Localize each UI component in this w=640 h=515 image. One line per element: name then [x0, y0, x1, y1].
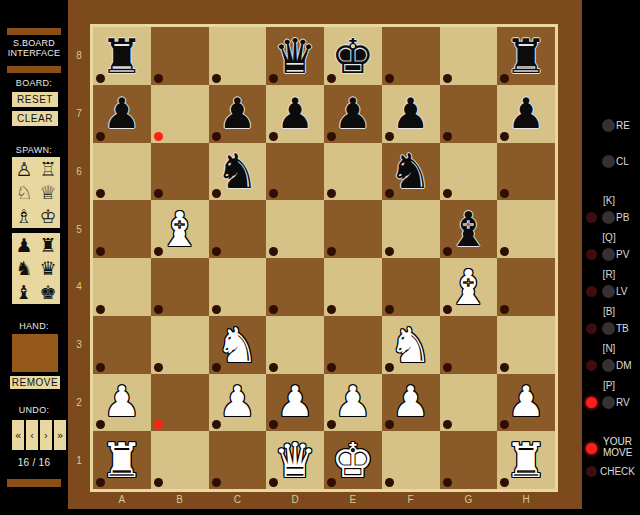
- piece-bracket-label-rv: [P]: [594, 380, 624, 391]
- square-b6[interactable]: [151, 143, 209, 201]
- pv-led-icon: [586, 249, 597, 260]
- square-b7[interactable]: [151, 85, 209, 143]
- clear-button[interactable]: CLEAR: [12, 111, 58, 126]
- rank-labels: 87654321: [68, 27, 90, 489]
- black-knight-f6[interactable]: ♞: [389, 147, 432, 195]
- indicator-row-tb: TB: [582, 322, 640, 336]
- divider-bar: [7, 479, 61, 487]
- indicator-row-re: RE: [582, 119, 640, 133]
- marker-dot: [154, 363, 163, 372]
- marker-dot: [327, 363, 336, 372]
- square-f5[interactable]: [382, 200, 440, 258]
- app-title-line1: S.BOARD: [0, 38, 68, 48]
- marker-dot: [443, 420, 452, 429]
- square-g1[interactable]: [440, 431, 498, 489]
- white-pawn-d2[interactable]: ♟: [276, 381, 314, 423]
- square-g5[interactable]: ♝: [440, 200, 498, 258]
- square-c1[interactable]: [209, 431, 267, 489]
- divider-bar: [7, 28, 61, 35]
- lv-button[interactable]: [602, 285, 615, 298]
- black-pawn-d7[interactable]: ♟: [276, 93, 314, 135]
- square-h2[interactable]: ♟: [497, 374, 555, 432]
- undo-counter: 16 / 16: [0, 457, 68, 468]
- square-b1[interactable]: [151, 431, 209, 489]
- pb-led-icon: [586, 212, 597, 223]
- file-label-d: D: [266, 492, 324, 507]
- dm-label: DM: [616, 359, 632, 373]
- undo-controls: «‹›»: [12, 420, 68, 450]
- rv-button[interactable]: [602, 396, 615, 409]
- square-b2[interactable]: [151, 374, 209, 432]
- square-f8[interactable]: [382, 27, 440, 85]
- marker-dot: [327, 247, 336, 256]
- file-label-f: F: [382, 492, 440, 507]
- piece-bracket-label-dm: [N]: [594, 343, 624, 354]
- marker-dot: [212, 305, 221, 314]
- remove-button[interactable]: REMOVE: [10, 376, 60, 389]
- square-b8[interactable]: [151, 27, 209, 85]
- square-c6[interactable]: ♞: [209, 143, 267, 201]
- marker-dot: [269, 363, 278, 372]
- square-e2[interactable]: ♟: [324, 374, 382, 432]
- your-move-label: YOUR MOVE: [603, 436, 637, 458]
- marker-dot: [212, 478, 221, 487]
- square-h3[interactable]: [497, 316, 555, 374]
- rank-label-4: 4: [68, 258, 90, 316]
- square-c7[interactable]: ♟: [209, 85, 267, 143]
- square-a5[interactable]: [93, 200, 151, 258]
- white-queen-d1[interactable]: ♛: [274, 436, 317, 484]
- square-g3[interactable]: [440, 316, 498, 374]
- pb-label: PB: [616, 211, 629, 225]
- black-king-e8[interactable]: ♚: [331, 32, 374, 80]
- marker-dot: [269, 247, 278, 256]
- marker-dot: [269, 189, 278, 198]
- square-c5[interactable]: [209, 200, 267, 258]
- spawn-black-king-button[interactable]: ♚: [36, 280, 60, 304]
- marker-dot: [154, 74, 163, 83]
- black-pawn-h7[interactable]: ♟: [507, 93, 545, 135]
- square-f3[interactable]: ♞: [382, 316, 440, 374]
- spawn-white-rook-button[interactable]: ♖: [36, 157, 60, 181]
- marker-dot: [154, 305, 163, 314]
- rv-label: RV: [616, 396, 630, 410]
- indicator-row-cl: CL: [582, 155, 640, 169]
- square-a3[interactable]: [93, 316, 151, 374]
- marker-dot-red: [154, 132, 163, 141]
- pv-button[interactable]: [602, 248, 615, 261]
- square-h1[interactable]: ♜: [497, 431, 555, 489]
- square-d3[interactable]: [266, 316, 324, 374]
- black-pawn-a7[interactable]: ♟: [103, 93, 141, 135]
- dm-button[interactable]: [602, 359, 615, 372]
- marker-dot: [154, 478, 163, 487]
- white-knight-f3[interactable]: ♞: [389, 321, 432, 369]
- square-a6[interactable]: [93, 143, 151, 201]
- square-f4[interactable]: [382, 258, 440, 316]
- piece-bracket-label-pb: [K]: [594, 195, 624, 206]
- file-label-c: C: [209, 492, 267, 507]
- cl-label: CL: [616, 155, 629, 169]
- white-bishop-g4[interactable]: ♝: [447, 263, 490, 311]
- square-e1[interactable]: ♚: [324, 431, 382, 489]
- lv-led-icon: [586, 286, 597, 297]
- square-d6[interactable]: [266, 143, 324, 201]
- cl-button[interactable]: [602, 155, 615, 168]
- rank-label-6: 6: [68, 143, 90, 201]
- right-indicator-panel: YOUR MOVE CHECK RECL[K]PB[Q]PV[R]LV[B]TB…: [582, 0, 640, 515]
- white-rook-h1[interactable]: ♜: [505, 436, 548, 484]
- divider-bar: [7, 66, 61, 73]
- marker-dot: [327, 305, 336, 314]
- square-a2[interactable]: ♟: [93, 374, 151, 432]
- marker-dot: [443, 478, 452, 487]
- file-label-e: E: [324, 492, 382, 507]
- check-label: CHECK: [600, 465, 635, 478]
- file-label-a: A: [93, 492, 151, 507]
- white-knight-c3[interactable]: ♞: [216, 321, 259, 369]
- marker-dot: [443, 132, 452, 141]
- square-b4[interactable]: [151, 258, 209, 316]
- square-f2[interactable]: ♟: [382, 374, 440, 432]
- marker-dot: [500, 189, 509, 198]
- spawn-white-grid: ♙♖♘♕♗♔: [12, 157, 60, 228]
- spawn-section-label: SPAWN:: [0, 145, 68, 155]
- spawn-black-knight-button[interactable]: ♞: [12, 257, 36, 281]
- file-labels: ABCDEFGH: [93, 492, 555, 507]
- square-g7[interactable]: [440, 85, 498, 143]
- file-label-h: H: [497, 492, 555, 507]
- left-control-panel: S.BOARD INTERFACE BOARD: RESET CLEAR SPA…: [0, 0, 68, 515]
- indicator-row-dm: DM: [582, 359, 640, 373]
- undo-end-button[interactable]: »: [54, 420, 66, 450]
- your-move-indicator: YOUR MOVE: [582, 436, 640, 462]
- tb-label: TB: [616, 322, 629, 336]
- marker-dot: [500, 363, 509, 372]
- marker-dot: [443, 189, 452, 198]
- square-c2[interactable]: ♟: [209, 374, 267, 432]
- square-g4[interactable]: ♝: [440, 258, 498, 316]
- white-king-e1[interactable]: ♚: [331, 436, 374, 484]
- square-d4[interactable]: [266, 258, 324, 316]
- spawn-black-rook-button[interactable]: ♜: [36, 233, 60, 257]
- marker-dot: [327, 189, 336, 198]
- square-g2[interactable]: [440, 374, 498, 432]
- white-rook-a1[interactable]: ♜: [100, 436, 143, 484]
- board-frame: 87654321 ♜♛♚♜♟♟♟♟♟♟♞♞♝♝♝♞♞♟♟♟♟♟♟♜♛♚♜ ABC…: [68, 0, 585, 509]
- marker-dot: [154, 189, 163, 198]
- undo-forward-button[interactable]: ›: [40, 420, 52, 450]
- marker-dot: [443, 363, 452, 372]
- board-border: ♜♛♚♜♟♟♟♟♟♟♞♞♝♝♝♞♞♟♟♟♟♟♟♜♛♚♜: [90, 24, 558, 492]
- marker-dot: [500, 305, 509, 314]
- spawn-black-pawn-button[interactable]: ♟: [12, 233, 36, 257]
- marker-dot: [212, 74, 221, 83]
- square-h6[interactable]: [497, 143, 555, 201]
- spawn-white-king-button[interactable]: ♔: [36, 204, 60, 228]
- square-e3[interactable]: [324, 316, 382, 374]
- rank-label-5: 5: [68, 200, 90, 258]
- square-e6[interactable]: [324, 143, 382, 201]
- black-pawn-e7[interactable]: ♟: [334, 93, 372, 135]
- white-bishop-b5[interactable]: ♝: [158, 205, 201, 253]
- square-d5[interactable]: [266, 200, 324, 258]
- hand-section-label: HAND:: [0, 321, 68, 331]
- hand-slot[interactable]: [12, 334, 58, 372]
- your-move-led-icon: [586, 443, 597, 454]
- square-d7[interactable]: ♟: [266, 85, 324, 143]
- board-section-label: BOARD:: [0, 78, 68, 88]
- square-a7[interactable]: ♟: [93, 85, 151, 143]
- spawn-black-queen-button[interactable]: ♛: [36, 257, 60, 281]
- black-pawn-c7[interactable]: ♟: [219, 93, 257, 135]
- indicator-row-lv: LV: [582, 285, 640, 299]
- spawn-white-bishop-button[interactable]: ♗: [12, 204, 36, 228]
- piece-bracket-label-tb: [B]: [594, 306, 624, 317]
- white-pawn-c2[interactable]: ♟: [219, 381, 257, 423]
- marker-dot: [96, 305, 105, 314]
- check-indicator: CHECK: [582, 465, 640, 479]
- indicator-row-rv: RV: [582, 396, 640, 410]
- marker-dot: [96, 247, 105, 256]
- spawn-white-knight-button[interactable]: ♘: [12, 181, 36, 205]
- re-button[interactable]: [602, 119, 615, 132]
- square-d2[interactable]: ♟: [266, 374, 324, 432]
- white-pawn-e2[interactable]: ♟: [334, 381, 372, 423]
- marker-dot: [96, 189, 105, 198]
- spawn-black-grid: ♟♜♞♛♝♚: [12, 233, 60, 304]
- marker-dot: [385, 478, 394, 487]
- pb-button[interactable]: [602, 211, 615, 224]
- undo-section-label: UNDO:: [0, 405, 68, 415]
- square-c8[interactable]: [209, 27, 267, 85]
- white-pawn-a2[interactable]: ♟: [103, 381, 141, 423]
- square-a1[interactable]: ♜: [93, 431, 151, 489]
- square-a4[interactable]: [93, 258, 151, 316]
- square-h5[interactable]: [497, 200, 555, 258]
- square-e5[interactable]: [324, 200, 382, 258]
- marker-dot: [212, 247, 221, 256]
- marker-dot-red: [154, 420, 163, 429]
- rank-label-3: 3: [68, 316, 90, 374]
- marker-dot: [443, 74, 452, 83]
- piece-bracket-label-lv: [R]: [594, 269, 624, 280]
- square-e7[interactable]: ♟: [324, 85, 382, 143]
- spawn-white-pawn-button[interactable]: ♙: [12, 157, 36, 181]
- square-b5[interactable]: ♝: [151, 200, 209, 258]
- undo-start-button[interactable]: «: [12, 420, 24, 450]
- rank-label-1: 1: [68, 431, 90, 489]
- square-e4[interactable]: [324, 258, 382, 316]
- indicator-row-pb: PB: [582, 211, 640, 225]
- black-rook-a8[interactable]: ♜: [100, 32, 143, 80]
- square-c3[interactable]: ♞: [209, 316, 267, 374]
- check-led-icon: [586, 466, 597, 477]
- file-label-b: B: [151, 492, 209, 507]
- marker-dot: [96, 363, 105, 372]
- rank-label-7: 7: [68, 85, 90, 143]
- marker-dot: [269, 305, 278, 314]
- square-a8[interactable]: ♜: [93, 27, 151, 85]
- reset-button[interactable]: RESET: [12, 92, 58, 107]
- square-c4[interactable]: [209, 258, 267, 316]
- white-pawn-f2[interactable]: ♟: [392, 381, 430, 423]
- square-d8[interactable]: ♛: [266, 27, 324, 85]
- square-f1[interactable]: [382, 431, 440, 489]
- square-h8[interactable]: ♜: [497, 27, 555, 85]
- black-knight-c6[interactable]: ♞: [216, 147, 259, 195]
- indicator-row-pv: PV: [582, 248, 640, 262]
- piece-bracket-label-pv: [Q]: [594, 232, 624, 243]
- re-label: RE: [616, 119, 630, 133]
- app-title: S.BOARD INTERFACE: [0, 38, 68, 58]
- file-label-g: G: [440, 492, 498, 507]
- black-bishop-g5[interactable]: ♝: [447, 205, 490, 253]
- board: ♜♛♚♜♟♟♟♟♟♟♞♞♝♝♝♞♞♟♟♟♟♟♟♜♛♚♜: [93, 27, 555, 489]
- black-rook-h8[interactable]: ♜: [505, 32, 548, 80]
- undo-back-button[interactable]: ‹: [26, 420, 38, 450]
- app-title-line2: INTERFACE: [0, 48, 68, 58]
- square-h7[interactable]: ♟: [497, 85, 555, 143]
- rank-label-8: 8: [68, 27, 90, 85]
- square-h4[interactable]: [497, 258, 555, 316]
- pv-label: PV: [616, 248, 629, 262]
- square-e8[interactable]: ♚: [324, 27, 382, 85]
- chess-sandbox-app: S.BOARD INTERFACE BOARD: RESET CLEAR SPA…: [0, 0, 640, 515]
- marker-dot: [500, 247, 509, 256]
- marker-dot: [385, 305, 394, 314]
- square-d1[interactable]: ♛: [266, 431, 324, 489]
- black-pawn-f7[interactable]: ♟: [392, 93, 430, 135]
- square-f6[interactable]: ♞: [382, 143, 440, 201]
- rank-label-2: 2: [68, 374, 90, 432]
- square-g8[interactable]: [440, 27, 498, 85]
- dm-led-icon: [586, 360, 597, 371]
- black-queen-d8[interactable]: ♛: [274, 32, 317, 80]
- rv-led-icon: [586, 397, 597, 408]
- lv-label: LV: [616, 285, 628, 299]
- square-b3[interactable]: [151, 316, 209, 374]
- tb-button[interactable]: [602, 322, 615, 335]
- marker-dot: [385, 74, 394, 83]
- white-pawn-h2[interactable]: ♟: [507, 381, 545, 423]
- spawn-white-queen-button[interactable]: ♕: [36, 181, 60, 205]
- square-g6[interactable]: [440, 143, 498, 201]
- tb-led-icon: [586, 323, 597, 334]
- square-f7[interactable]: ♟: [382, 85, 440, 143]
- marker-dot: [385, 247, 394, 256]
- spawn-black-bishop-button[interactable]: ♝: [12, 280, 36, 304]
